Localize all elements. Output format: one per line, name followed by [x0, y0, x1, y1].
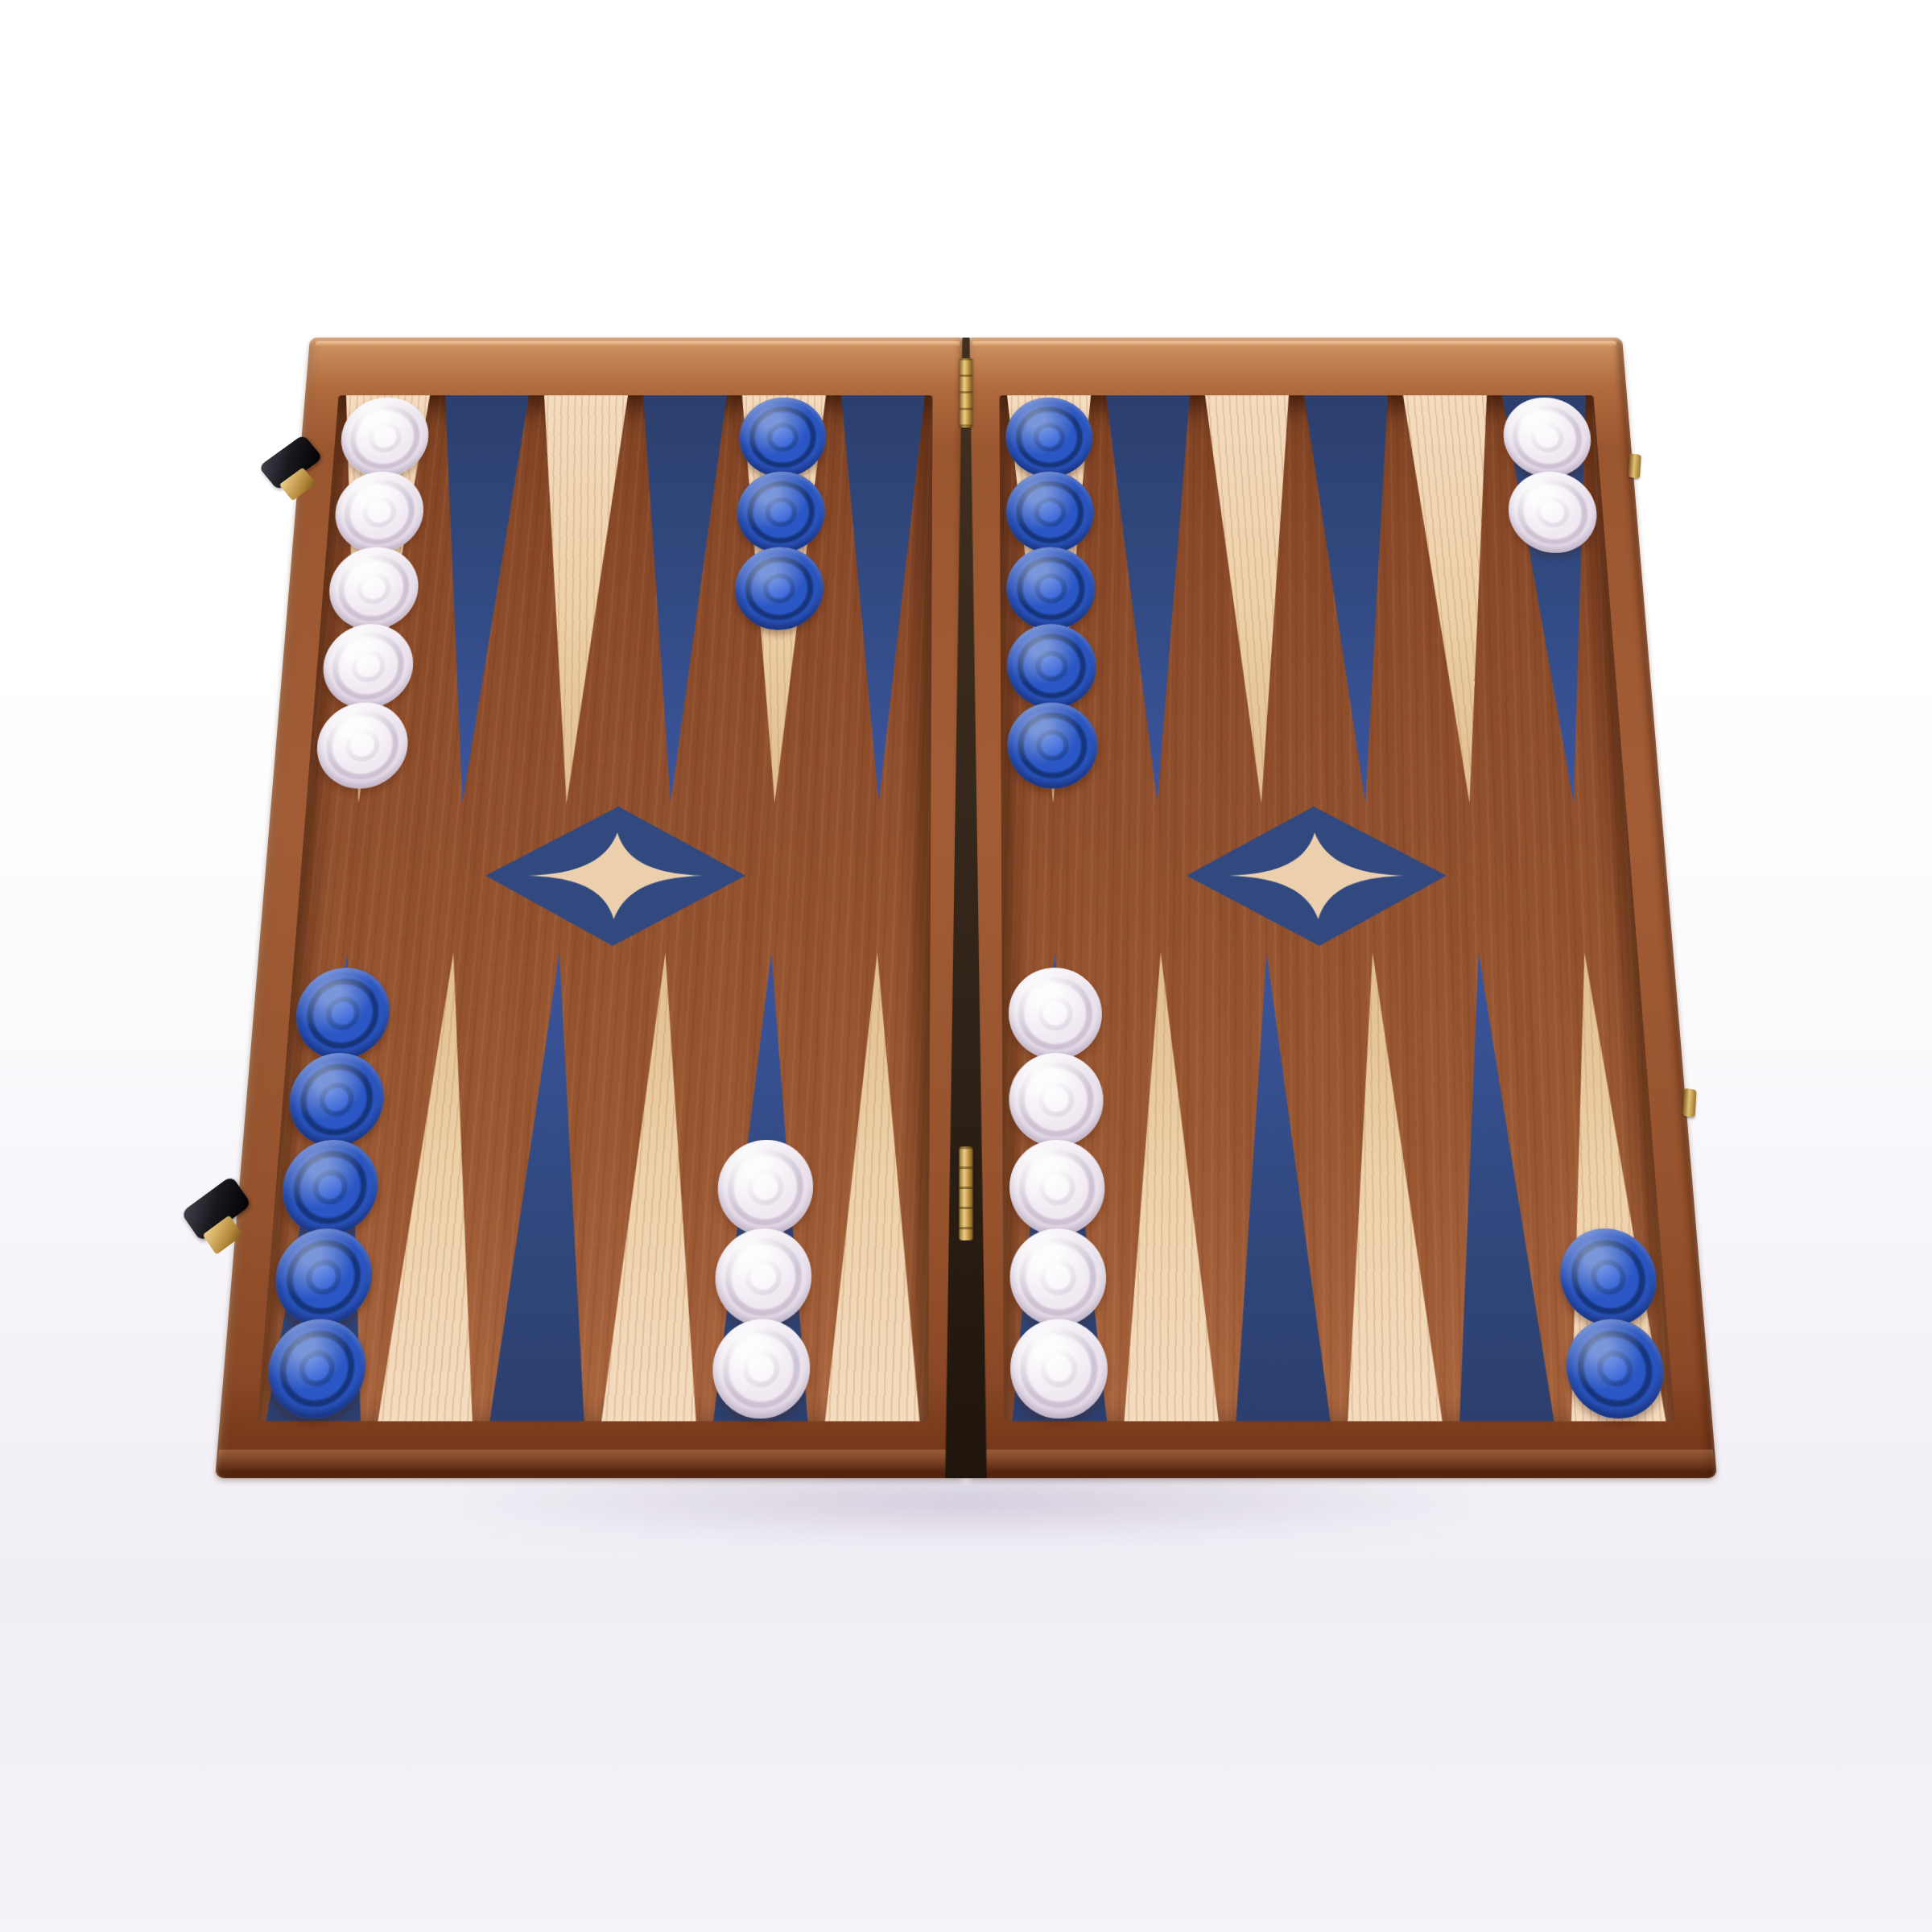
board-perspective-wrap	[215, 337, 1717, 1478]
point-6-stack	[1009, 974, 1108, 1418]
right-top-points-row	[1000, 395, 1627, 816]
point-5[interactable]	[1108, 939, 1228, 1421]
point-21[interactable]	[1197, 395, 1314, 816]
studio-backdrop	[0, 0, 1932, 1932]
point-19[interactable]	[1000, 395, 1106, 816]
white-checker[interactable]	[712, 1319, 811, 1419]
white-checker[interactable]	[717, 1140, 815, 1236]
point-5-triangle	[1113, 952, 1222, 1421]
point-19-stack	[1005, 398, 1098, 782]
point-18-triangle	[832, 395, 927, 803]
blue-checker[interactable]	[1563, 1319, 1667, 1419]
point-20-triangle	[1104, 395, 1204, 803]
blue-checker[interactable]	[1557, 1228, 1660, 1326]
white-checker[interactable]	[1009, 1053, 1104, 1146]
blue-checker[interactable]	[1006, 472, 1095, 553]
blue-checker[interactable]	[293, 968, 393, 1059]
blue-checker[interactable]	[738, 398, 827, 477]
point-22-triangle	[1302, 395, 1413, 803]
point-9[interactable]	[592, 939, 718, 1421]
brass-hinge-bottom-icon	[959, 1146, 973, 1241]
point-16-triangle	[624, 395, 729, 803]
blue-checker[interactable]	[1007, 624, 1097, 708]
left-top-points-row	[305, 395, 932, 816]
right-bottom-latch-pin	[1682, 1088, 1696, 1117]
diamond-inlay-left	[470, 804, 758, 952]
left-bottom-points-row	[258, 939, 931, 1421]
point-16[interactable]	[618, 395, 735, 816]
point-20[interactable]	[1099, 395, 1210, 816]
board-left-half	[215, 337, 966, 1478]
white-checker[interactable]	[320, 624, 416, 708]
point-18[interactable]	[827, 395, 933, 816]
white-checker[interactable]	[314, 703, 411, 789]
right-top-latch-pin	[1628, 453, 1641, 478]
blue-checker[interactable]	[279, 1140, 382, 1236]
diamond-inlay-right	[1174, 804, 1462, 952]
white-checker[interactable]	[1009, 968, 1103, 1059]
point-8[interactable]	[704, 939, 824, 1421]
blue-checker[interactable]	[1006, 547, 1096, 630]
point-17-stack	[734, 398, 828, 624]
point-4-triangle	[1219, 952, 1333, 1421]
white-checker[interactable]	[1501, 398, 1593, 477]
point-10-triangle	[487, 952, 608, 1421]
point-1-stack	[1557, 1236, 1667, 1419]
white-checker[interactable]	[1009, 1140, 1106, 1236]
point-14-triangle	[415, 395, 531, 803]
blue-checker[interactable]	[265, 1319, 369, 1419]
right-bottom-points-row	[1001, 939, 1674, 1421]
point-15-triangle	[520, 395, 631, 803]
point-8-stack	[712, 1146, 814, 1418]
point-17[interactable]	[722, 395, 833, 816]
point-21-triangle	[1203, 395, 1308, 803]
white-checker[interactable]	[714, 1228, 812, 1326]
point-24-stack	[1501, 398, 1599, 547]
backgammon-board	[215, 337, 1717, 1478]
left-playing-field	[258, 395, 933, 1421]
blue-checker[interactable]	[1007, 703, 1098, 789]
blue-checker[interactable]	[734, 547, 825, 630]
white-checker[interactable]	[1009, 1228, 1107, 1326]
point-6[interactable]	[1001, 939, 1115, 1421]
point-7-triangle	[822, 952, 925, 1421]
blue-checker[interactable]	[1005, 398, 1093, 477]
white-checker[interactable]	[332, 472, 427, 553]
blue-checker[interactable]	[272, 1228, 375, 1326]
point-3-triangle	[1325, 952, 1446, 1421]
white-checker[interactable]	[338, 398, 431, 477]
point-9-triangle	[598, 952, 712, 1421]
board-right-half	[966, 337, 1717, 1478]
white-checker[interactable]	[1010, 1319, 1108, 1419]
point-4[interactable]	[1213, 939, 1339, 1421]
blue-checker[interactable]	[737, 472, 826, 553]
point-7[interactable]	[816, 939, 930, 1421]
blue-checker[interactable]	[286, 1053, 387, 1146]
white-checker[interactable]	[326, 547, 421, 630]
brass-hinge-top-icon	[960, 358, 972, 427]
right-playing-field	[1000, 395, 1675, 1421]
white-checker[interactable]	[1506, 472, 1600, 553]
